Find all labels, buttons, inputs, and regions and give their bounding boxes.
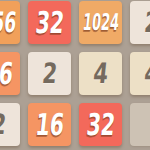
tile-256: 256 <box>0 1 20 44</box>
tile-4: 4 <box>130 52 150 95</box>
tile-16: 16 <box>28 103 71 146</box>
tile-value: 32 <box>85 110 117 140</box>
tile-1024: 1024 <box>79 1 122 44</box>
tile-value: 4 <box>143 60 150 88</box>
tile-32: 32 <box>28 1 71 44</box>
game-board[interactable]: 25632102421624421632 <box>0 0 150 150</box>
tile-value: 2 <box>41 60 59 88</box>
tile-16: 16 <box>0 52 20 95</box>
tile-32: 32 <box>79 103 122 146</box>
tile-2: 2 <box>130 1 150 44</box>
tile-value: 16 <box>0 59 14 89</box>
tile-4: 4 <box>79 52 122 95</box>
tile-value: 32 <box>34 8 66 38</box>
tile-value: 2 <box>0 111 7 139</box>
tile-2: 2 <box>0 103 20 146</box>
tile-2: 2 <box>28 52 71 95</box>
tile-grid: 25632102421624421632 <box>0 1 150 146</box>
tile-value: 16 <box>34 110 66 140</box>
tile-value: 1024 <box>81 11 119 34</box>
tile-value: 2 <box>143 9 150 37</box>
empty-cell <box>130 103 150 146</box>
tile-value: 256 <box>0 9 18 37</box>
tile-value: 4 <box>92 60 110 88</box>
